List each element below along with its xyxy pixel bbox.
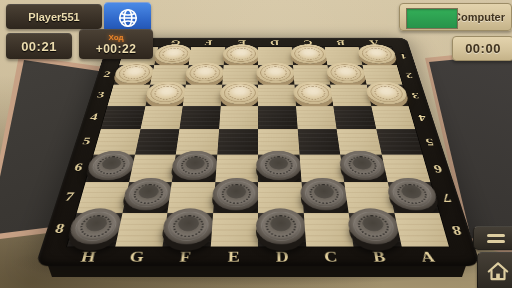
board-scene: HGFEDCBA HGFEDCBA 12345678 12345678 (35, 38, 481, 267)
square-A5[interactable] (376, 129, 423, 154)
white-piece-C1[interactable] (290, 44, 328, 63)
square-D8[interactable] (258, 213, 306, 247)
square-E8[interactable] (210, 213, 258, 247)
square-A8[interactable] (394, 213, 449, 247)
square-G7[interactable] (122, 182, 172, 213)
square-A1[interactable] (358, 47, 397, 65)
coord-label: G (110, 247, 162, 267)
square-A4[interactable] (371, 106, 415, 129)
coord-label: D (258, 38, 291, 47)
square-C8[interactable] (303, 213, 353, 247)
square-E4[interactable] (219, 106, 258, 129)
square-E5[interactable] (217, 129, 258, 154)
coord-label: E (209, 247, 258, 267)
square-H6[interactable] (86, 154, 135, 182)
white-piece-C3[interactable] (293, 82, 335, 105)
black-piece-D8[interactable] (256, 208, 307, 244)
square-F2[interactable] (186, 65, 224, 85)
white-piece-A3[interactable] (364, 82, 409, 105)
square-C7[interactable] (301, 182, 348, 213)
globe-button[interactable] (104, 2, 151, 32)
move-label: Ход (108, 34, 123, 42)
white-piece-D2[interactable] (257, 62, 296, 83)
square-H2[interactable] (114, 65, 154, 85)
coord-label: B (354, 247, 406, 267)
turn-color-indicator (406, 8, 458, 29)
white-piece-B2[interactable] (326, 62, 368, 83)
white-piece-E3[interactable] (219, 82, 259, 105)
square-A7[interactable] (387, 182, 439, 213)
white-piece-H2[interactable] (113, 62, 156, 83)
coord-label: C (306, 247, 357, 267)
player-name-box: Player551 (6, 4, 102, 29)
square-F4[interactable] (179, 106, 220, 129)
square-C3[interactable] (294, 85, 333, 106)
square-C5[interactable] (297, 129, 340, 154)
move-clock-value: +00:22 (96, 43, 137, 55)
square-G5[interactable] (135, 129, 180, 154)
coord-label: D (258, 247, 307, 267)
square-D4[interactable] (258, 106, 297, 129)
white-piece-G1[interactable] (153, 44, 193, 63)
opponent-clock-value: 00:00 (465, 41, 501, 56)
square-D2[interactable] (258, 65, 294, 85)
square-G8[interactable] (115, 213, 168, 247)
menu-icon (487, 232, 505, 244)
board-grid (67, 47, 449, 247)
white-piece-E1[interactable] (222, 44, 259, 63)
square-C4[interactable] (296, 106, 337, 129)
move-timer-box: Ход +00:22 (79, 29, 153, 59)
black-piece-C7[interactable] (299, 178, 350, 210)
game-screen: HGFEDCBA HGFEDCBA 12345678 12345678 Play… (0, 0, 512, 288)
square-A3[interactable] (366, 85, 408, 106)
square-F8[interactable] (163, 213, 213, 247)
checkers-board: HGFEDCBA HGFEDCBA 12345678 12345678 (35, 38, 481, 267)
black-piece-F6[interactable] (171, 151, 219, 180)
coord-label: F (160, 247, 211, 267)
player-name: Player551 (28, 11, 79, 23)
coord-label: F (191, 38, 225, 47)
square-B6[interactable] (340, 154, 387, 182)
square-B3[interactable] (330, 85, 371, 106)
square-G3[interactable] (145, 85, 186, 106)
white-piece-A1[interactable] (356, 44, 397, 63)
square-B8[interactable] (349, 213, 402, 247)
player-clock: 00:21 (6, 33, 72, 59)
square-E3[interactable] (220, 85, 258, 106)
square-C1[interactable] (291, 47, 327, 65)
square-E7[interactable] (213, 182, 258, 213)
square-H4[interactable] (101, 106, 145, 129)
square-D3[interactable] (258, 85, 296, 106)
home-icon (485, 259, 511, 285)
black-piece-D6[interactable] (256, 151, 302, 180)
player-clock-value: 00:21 (21, 39, 57, 54)
opponent-name-box: Computer (399, 3, 512, 31)
coord-label: H (61, 247, 114, 267)
opponent-clock: 00:00 (452, 36, 512, 61)
square-F3[interactable] (183, 85, 222, 106)
square-G1[interactable] (154, 47, 191, 65)
globe-icon (116, 6, 140, 30)
white-piece-F2[interactable] (185, 62, 225, 83)
square-B2[interactable] (327, 65, 366, 85)
black-piece-F8[interactable] (161, 208, 214, 244)
coord-label: B (323, 38, 358, 47)
square-E1[interactable] (223, 47, 258, 65)
square-H8[interactable] (67, 213, 122, 247)
files-bottom: HGFEDCBA (61, 247, 455, 267)
square-G4[interactable] (140, 106, 183, 129)
square-F6[interactable] (172, 154, 217, 182)
black-piece-E7[interactable] (211, 178, 259, 210)
square-H3[interactable] (108, 85, 150, 106)
black-piece-G7[interactable] (121, 178, 174, 210)
menu-button[interactable] (473, 226, 512, 250)
coord-label: A (401, 247, 454, 267)
white-piece-G3[interactable] (144, 82, 187, 105)
home-button[interactable] (477, 252, 512, 288)
square-B4[interactable] (333, 106, 376, 129)
square-D6[interactable] (258, 154, 301, 182)
opponent-name: Computer (453, 11, 505, 23)
